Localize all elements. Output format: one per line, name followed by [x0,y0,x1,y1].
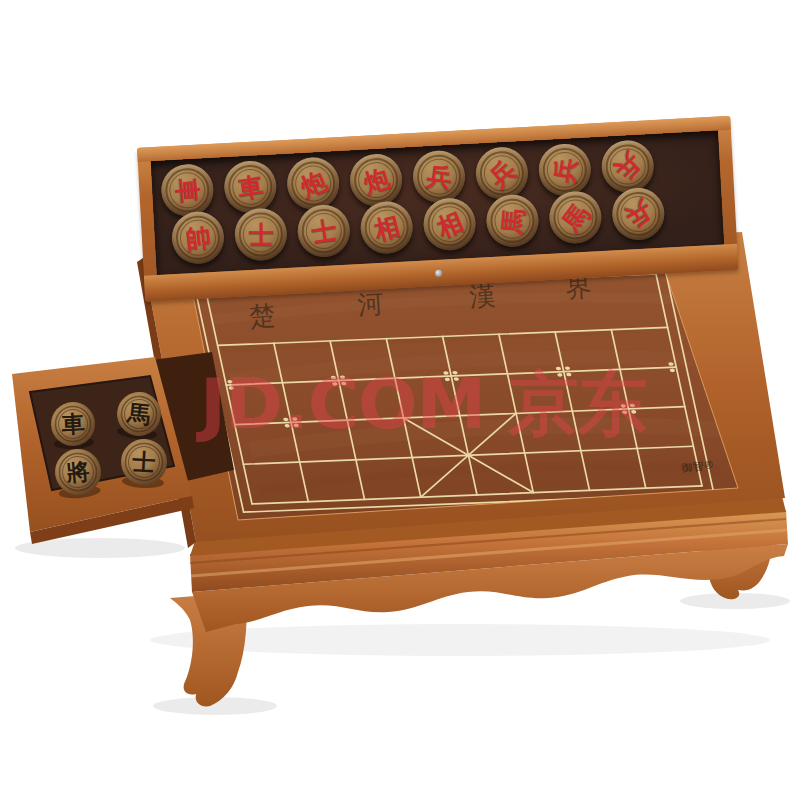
tray-piece-general-red: 帥 [171,210,226,265]
river-char-han: 漢 [468,280,496,312]
piece-character: 士 [309,217,338,246]
piece-character: 車 [236,173,265,202]
tray-piece-horse-red: 馬 [548,190,603,245]
piece-character: 馬 [499,207,526,234]
tray-piece-chariot-red: 車 [160,163,215,218]
piece-character: 炮 [360,164,391,195]
piece-character: 兵 [621,197,655,231]
product-photo-scene: 楚 河 漢 界 御智® 車 [0,0,800,800]
tray-piece-soldier-red: 兵 [611,187,666,242]
piece-character: 兵 [610,149,645,184]
tray-piece-elephant-red: 相 [422,197,477,252]
piece-character: 士 [131,447,156,475]
tray-piece-advisor-red: 士 [296,204,351,259]
river-char-he: 河 [356,288,384,320]
tray-piece-advisor-red: 士 [233,207,288,262]
tray-piece-cannon-red: 炮 [286,156,341,211]
tray-piece-cannon-red: 炮 [349,153,404,208]
piece-character: 車 [60,409,85,437]
tray-piece-soldier-red: 兵 [537,143,592,198]
tray-piece-chariot-red: 車 [223,160,278,215]
hinge-pin [435,270,442,277]
tray-piece-soldier-red: 兵 [600,139,655,194]
piece-tray: 車 車 炮 炮 兵 兵 兵 兵 帥 士 士 相 相 馬 馬 兵 [137,116,738,302]
piece-character: 炮 [297,167,330,200]
piece-character: 馬 [125,399,152,428]
piece-character: 相 [371,212,402,243]
piece-character: 士 [248,222,273,247]
tray-piece-horse-red: 馬 [485,193,540,248]
piece-character: 馬 [558,200,593,235]
piece-character: 將 [64,457,90,486]
piece-character: 兵 [484,156,519,191]
piece-character: 帥 [184,224,212,252]
river-char-chu: 楚 [248,300,277,332]
piece-character: 車 [174,177,201,204]
piece-character: 兵 [425,163,453,191]
tray-piece-soldier-red: 兵 [475,146,530,201]
tray-piece-elephant-red: 相 [359,200,414,255]
piece-character: 相 [433,208,466,241]
piece-character: 兵 [551,156,580,185]
tray-piece-soldier-red: 兵 [412,149,467,204]
